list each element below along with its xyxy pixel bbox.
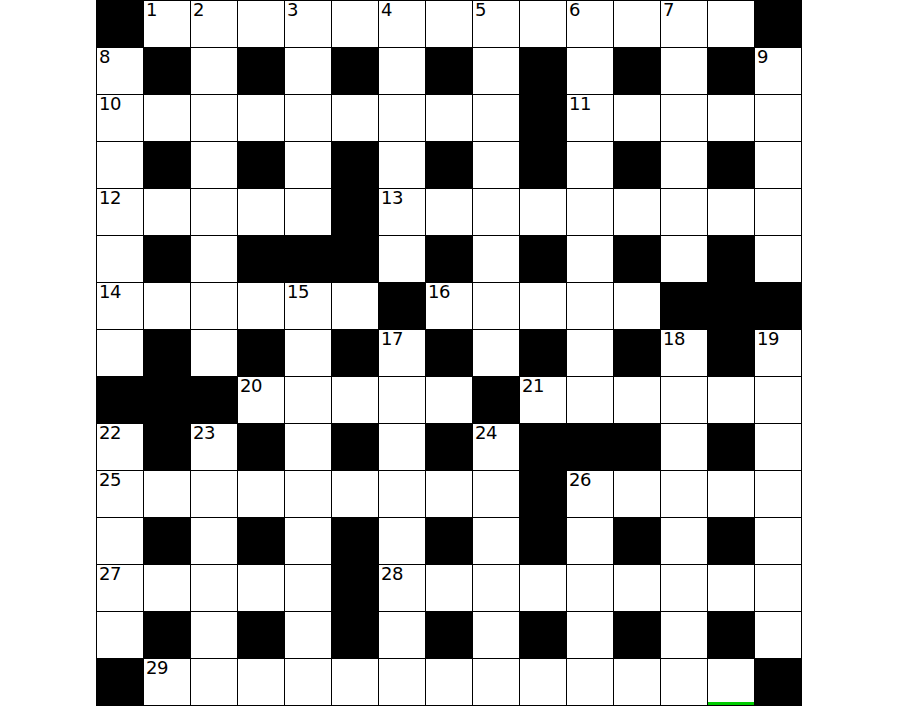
clue-number-24: 24 xyxy=(475,424,497,443)
cell-r12c11[interactable] xyxy=(614,565,661,612)
cell-r9c6[interactable] xyxy=(379,424,426,471)
clue-number-15: 15 xyxy=(287,283,309,302)
cell-r12c9[interactable] xyxy=(520,565,567,612)
clue-number-18: 18 xyxy=(663,330,685,349)
block-cell-r13c13 xyxy=(708,612,755,659)
block-cell-r9c9 xyxy=(520,424,567,471)
block-cell-r3c3 xyxy=(238,142,285,189)
clue-number-4: 4 xyxy=(381,1,392,20)
clue-number-2: 2 xyxy=(193,1,204,20)
cell-r12c3[interactable] xyxy=(238,565,285,612)
cell-r6c11[interactable] xyxy=(614,283,661,330)
cell-r6c1[interactable] xyxy=(144,283,191,330)
cell-r11c6[interactable] xyxy=(379,518,426,565)
cell-r12c1[interactable] xyxy=(144,565,191,612)
cell-r8c12[interactable] xyxy=(661,377,708,424)
block-cell-r8c8 xyxy=(473,377,520,424)
cell-r10c2[interactable] xyxy=(191,471,238,518)
cell-r12c4[interactable] xyxy=(285,565,332,612)
block-cell-r9c13 xyxy=(708,424,755,471)
cell-r14c5[interactable] xyxy=(332,659,379,706)
cell-r2c1[interactable] xyxy=(144,95,191,142)
cell-r10c0[interactable]: 25 xyxy=(97,471,144,518)
block-cell-r7c9 xyxy=(520,330,567,377)
cell-r6c5[interactable] xyxy=(332,283,379,330)
clue-number-28: 28 xyxy=(381,565,403,584)
cell-r4c9[interactable] xyxy=(520,189,567,236)
block-cell-r0c0 xyxy=(97,1,144,48)
cell-r11c4[interactable] xyxy=(285,518,332,565)
clue-number-14: 14 xyxy=(99,283,121,302)
block-cell-r10c9 xyxy=(520,471,567,518)
block-cell-r9c5 xyxy=(332,424,379,471)
block-cell-r1c13 xyxy=(708,48,755,95)
cell-r10c14[interactable] xyxy=(755,471,802,518)
block-cell-r1c9 xyxy=(520,48,567,95)
cell-r0c12[interactable]: 7 xyxy=(661,1,708,48)
cell-r6c8[interactable] xyxy=(473,283,520,330)
cell-r2c6[interactable] xyxy=(379,95,426,142)
cell-r0c9[interactable] xyxy=(520,1,567,48)
block-cell-r1c7 xyxy=(426,48,473,95)
cell-r14c4[interactable] xyxy=(285,659,332,706)
block-cell-r9c10 xyxy=(567,424,614,471)
block-cell-r7c3 xyxy=(238,330,285,377)
cell-r12c8[interactable] xyxy=(473,565,520,612)
cell-r7c6[interactable]: 17 xyxy=(379,330,426,377)
block-cell-r2c9 xyxy=(520,95,567,142)
cell-r5c12[interactable] xyxy=(661,236,708,283)
block-cell-r1c11 xyxy=(614,48,661,95)
clue-number-3: 3 xyxy=(287,1,298,20)
cell-r7c14[interactable]: 19 xyxy=(755,330,802,377)
cell-r0c10[interactable]: 6 xyxy=(567,1,614,48)
cell-r11c10[interactable] xyxy=(567,518,614,565)
cell-r0c5[interactable] xyxy=(332,1,379,48)
clue-number-11: 11 xyxy=(569,95,591,114)
cell-r7c2[interactable] xyxy=(191,330,238,377)
clue-number-5: 5 xyxy=(475,1,486,20)
block-cell-r5c4 xyxy=(285,236,332,283)
block-cell-r6c13 xyxy=(708,283,755,330)
cell-r10c5[interactable] xyxy=(332,471,379,518)
block-cell-r11c9 xyxy=(520,518,567,565)
cell-r1c8[interactable] xyxy=(473,48,520,95)
cell-r14c12[interactable] xyxy=(661,659,708,706)
clue-number-25: 25 xyxy=(99,471,121,490)
cell-r0c7[interactable] xyxy=(426,1,473,48)
cell-r0c4[interactable]: 3 xyxy=(285,1,332,48)
cell-r13c12[interactable] xyxy=(661,612,708,659)
cell-r2c7[interactable] xyxy=(426,95,473,142)
clue-number-19: 19 xyxy=(757,330,779,349)
block-cell-r6c12 xyxy=(661,283,708,330)
cell-r5c14[interactable] xyxy=(755,236,802,283)
clue-number-26: 26 xyxy=(569,471,591,490)
cell-r13c10[interactable] xyxy=(567,612,614,659)
cell-r3c8[interactable] xyxy=(473,142,520,189)
cell-r14c9[interactable] xyxy=(520,659,567,706)
cell-r10c1[interactable] xyxy=(144,471,191,518)
cell-r4c0[interactable]: 12 xyxy=(97,189,144,236)
block-cell-r14c14 xyxy=(755,659,802,706)
cell-r10c7[interactable] xyxy=(426,471,473,518)
cell-r4c1[interactable] xyxy=(144,189,191,236)
clue-number-8: 8 xyxy=(99,48,110,67)
cell-r4c8[interactable] xyxy=(473,189,520,236)
cell-r14c1[interactable]: 29 xyxy=(144,659,191,706)
cell-r14c13[interactable] xyxy=(708,659,755,706)
cell-r0c13[interactable] xyxy=(708,1,755,48)
block-cell-r4c5 xyxy=(332,189,379,236)
cell-r8c13[interactable] xyxy=(708,377,755,424)
cell-r0c1[interactable]: 1 xyxy=(144,1,191,48)
block-cell-r7c1 xyxy=(144,330,191,377)
cell-r10c10[interactable]: 26 xyxy=(567,471,614,518)
cell-r8c9[interactable]: 21 xyxy=(520,377,567,424)
clue-number-27: 27 xyxy=(99,565,121,584)
cell-r2c0[interactable]: 10 xyxy=(97,95,144,142)
block-cell-r11c7 xyxy=(426,518,473,565)
block-cell-r1c5 xyxy=(332,48,379,95)
block-cell-r0c14 xyxy=(755,1,802,48)
cell-r6c4[interactable]: 15 xyxy=(285,283,332,330)
cell-r3c6[interactable] xyxy=(379,142,426,189)
crossword-grid: 1234567891011121314151617181920212223242… xyxy=(96,0,802,706)
cell-r6c7[interactable]: 16 xyxy=(426,283,473,330)
cell-r9c12[interactable] xyxy=(661,424,708,471)
cell-r13c2[interactable] xyxy=(191,612,238,659)
cell-r9c8[interactable]: 24 xyxy=(473,424,520,471)
cell-r3c14[interactable] xyxy=(755,142,802,189)
cell-r8c6[interactable] xyxy=(379,377,426,424)
cell-r14c10[interactable] xyxy=(567,659,614,706)
block-cell-r5c9 xyxy=(520,236,567,283)
cell-r6c10[interactable] xyxy=(567,283,614,330)
cell-r11c0[interactable] xyxy=(97,518,144,565)
clue-number-12: 12 xyxy=(99,189,121,208)
cell-r1c0[interactable]: 8 xyxy=(97,48,144,95)
block-cell-r5c13 xyxy=(708,236,755,283)
cell-r0c2[interactable]: 2 xyxy=(191,1,238,48)
cell-r3c10[interactable] xyxy=(567,142,614,189)
cell-r4c11[interactable] xyxy=(614,189,661,236)
cell-r14c2[interactable] xyxy=(191,659,238,706)
cell-r5c2[interactable] xyxy=(191,236,238,283)
cell-r0c8[interactable]: 5 xyxy=(473,1,520,48)
block-cell-r7c11 xyxy=(614,330,661,377)
cell-r11c8[interactable] xyxy=(473,518,520,565)
block-cell-r7c13 xyxy=(708,330,755,377)
block-cell-r8c2 xyxy=(191,377,238,424)
cell-r14c7[interactable] xyxy=(426,659,473,706)
block-cell-r3c1 xyxy=(144,142,191,189)
cell-r6c2[interactable] xyxy=(191,283,238,330)
cell-r7c12[interactable]: 18 xyxy=(661,330,708,377)
cell-r7c10[interactable] xyxy=(567,330,614,377)
cell-r12c14[interactable] xyxy=(755,565,802,612)
block-cell-r1c1 xyxy=(144,48,191,95)
cell-r14c8[interactable] xyxy=(473,659,520,706)
cell-r1c2[interactable] xyxy=(191,48,238,95)
cell-r8c11[interactable] xyxy=(614,377,661,424)
cell-r1c12[interactable] xyxy=(661,48,708,95)
cell-r10c3[interactable] xyxy=(238,471,285,518)
cell-r8c10[interactable] xyxy=(567,377,614,424)
block-cell-r11c1 xyxy=(144,518,191,565)
cell-r12c13[interactable] xyxy=(708,565,755,612)
cell-r2c11[interactable] xyxy=(614,95,661,142)
clue-number-16: 16 xyxy=(428,283,450,302)
cell-r5c10[interactable] xyxy=(567,236,614,283)
cell-r12c12[interactable] xyxy=(661,565,708,612)
cell-r9c4[interactable] xyxy=(285,424,332,471)
block-cell-r11c11 xyxy=(614,518,661,565)
clue-number-6: 6 xyxy=(569,1,580,20)
cell-r4c13[interactable] xyxy=(708,189,755,236)
block-cell-r11c13 xyxy=(708,518,755,565)
cell-r1c10[interactable] xyxy=(567,48,614,95)
cell-r5c6[interactable] xyxy=(379,236,426,283)
cell-r3c2[interactable] xyxy=(191,142,238,189)
cell-r10c12[interactable] xyxy=(661,471,708,518)
cell-r1c4[interactable] xyxy=(285,48,332,95)
cell-r2c13[interactable] xyxy=(708,95,755,142)
cell-r3c4[interactable] xyxy=(285,142,332,189)
cell-r4c14[interactable] xyxy=(755,189,802,236)
block-cell-r5c5 xyxy=(332,236,379,283)
block-cell-r6c6 xyxy=(379,283,426,330)
block-cell-r9c7 xyxy=(426,424,473,471)
cell-r7c8[interactable] xyxy=(473,330,520,377)
cell-r2c4[interactable] xyxy=(285,95,332,142)
cell-r14c11[interactable] xyxy=(614,659,661,706)
block-cell-r13c5 xyxy=(332,612,379,659)
cell-r2c5[interactable] xyxy=(332,95,379,142)
block-cell-r3c9 xyxy=(520,142,567,189)
cell-r6c9[interactable] xyxy=(520,283,567,330)
block-cell-r3c5 xyxy=(332,142,379,189)
clue-number-23: 23 xyxy=(193,424,215,443)
block-cell-r12c5 xyxy=(332,565,379,612)
cell-r2c2[interactable] xyxy=(191,95,238,142)
cell-r10c4[interactable] xyxy=(285,471,332,518)
cell-r12c6[interactable]: 28 xyxy=(379,565,426,612)
block-cell-r11c5 xyxy=(332,518,379,565)
cell-r12c10[interactable] xyxy=(567,565,614,612)
cell-r8c3[interactable]: 20 xyxy=(238,377,285,424)
cell-r8c4[interactable] xyxy=(285,377,332,424)
clue-number-10: 10 xyxy=(99,95,121,114)
block-cell-r5c7 xyxy=(426,236,473,283)
cell-r0c3[interactable] xyxy=(238,1,285,48)
cell-r8c7[interactable] xyxy=(426,377,473,424)
cell-r2c3[interactable] xyxy=(238,95,285,142)
cell-r4c12[interactable] xyxy=(661,189,708,236)
cell-r8c14[interactable] xyxy=(755,377,802,424)
cell-r13c8[interactable] xyxy=(473,612,520,659)
block-cell-r7c5 xyxy=(332,330,379,377)
cell-r11c14[interactable] xyxy=(755,518,802,565)
cell-r10c11[interactable] xyxy=(614,471,661,518)
cell-r13c0[interactable] xyxy=(97,612,144,659)
cell-r4c2[interactable] xyxy=(191,189,238,236)
cell-r11c12[interactable] xyxy=(661,518,708,565)
block-cell-r8c0 xyxy=(97,377,144,424)
block-cell-r8c1 xyxy=(144,377,191,424)
cell-r6c3[interactable] xyxy=(238,283,285,330)
cell-r1c14[interactable]: 9 xyxy=(755,48,802,95)
cell-r13c4[interactable] xyxy=(285,612,332,659)
cell-r4c6[interactable]: 13 xyxy=(379,189,426,236)
cell-r4c7[interactable] xyxy=(426,189,473,236)
cell-r14c3[interactable] xyxy=(238,659,285,706)
block-cell-r13c1 xyxy=(144,612,191,659)
block-cell-r3c11 xyxy=(614,142,661,189)
cell-r11c2[interactable] xyxy=(191,518,238,565)
block-cell-r1c3 xyxy=(238,48,285,95)
clue-number-9: 9 xyxy=(757,48,768,67)
cell-r9c14[interactable] xyxy=(755,424,802,471)
cell-r10c6[interactable] xyxy=(379,471,426,518)
block-cell-r3c13 xyxy=(708,142,755,189)
clue-number-22: 22 xyxy=(99,424,121,443)
block-cell-r9c3 xyxy=(238,424,285,471)
cell-r2c14[interactable] xyxy=(755,95,802,142)
cell-r4c4[interactable] xyxy=(285,189,332,236)
clue-number-13: 13 xyxy=(381,189,403,208)
block-cell-r7c7 xyxy=(426,330,473,377)
cell-r6c0[interactable]: 14 xyxy=(97,283,144,330)
cursor-underline xyxy=(708,702,754,705)
cell-r2c10[interactable]: 11 xyxy=(567,95,614,142)
clue-number-29: 29 xyxy=(146,659,168,678)
clue-number-17: 17 xyxy=(381,330,403,349)
block-cell-r13c3 xyxy=(238,612,285,659)
block-cell-r5c1 xyxy=(144,236,191,283)
block-cell-r11c3 xyxy=(238,518,285,565)
clue-number-7: 7 xyxy=(663,1,674,20)
block-cell-r9c1 xyxy=(144,424,191,471)
block-cell-r13c7 xyxy=(426,612,473,659)
cell-r14c6[interactable] xyxy=(379,659,426,706)
cell-r1c6[interactable] xyxy=(379,48,426,95)
cell-r13c14[interactable] xyxy=(755,612,802,659)
cell-r12c7[interactable] xyxy=(426,565,473,612)
cell-r0c11[interactable] xyxy=(614,1,661,48)
clue-number-21: 21 xyxy=(522,377,544,396)
cell-r5c0[interactable] xyxy=(97,236,144,283)
cell-r10c13[interactable] xyxy=(708,471,755,518)
block-cell-r14c0 xyxy=(97,659,144,706)
cell-r9c2[interactable]: 23 xyxy=(191,424,238,471)
cell-r5c8[interactable] xyxy=(473,236,520,283)
cell-r10c8[interactable] xyxy=(473,471,520,518)
cell-r7c4[interactable] xyxy=(285,330,332,377)
cell-r9c0[interactable]: 22 xyxy=(97,424,144,471)
cell-r12c2[interactable] xyxy=(191,565,238,612)
crossword-page: 1234567891011121314151617181920212223242… xyxy=(0,0,900,720)
block-cell-r3c7 xyxy=(426,142,473,189)
cell-r7c0[interactable] xyxy=(97,330,144,377)
cell-r4c3[interactable] xyxy=(238,189,285,236)
block-cell-r13c9 xyxy=(520,612,567,659)
cell-r4c10[interactable] xyxy=(567,189,614,236)
block-cell-r9c11 xyxy=(614,424,661,471)
cell-r8c5[interactable] xyxy=(332,377,379,424)
cell-r3c0[interactable] xyxy=(97,142,144,189)
cell-r0c6[interactable]: 4 xyxy=(379,1,426,48)
cell-r3c12[interactable] xyxy=(661,142,708,189)
cell-r2c8[interactable] xyxy=(473,95,520,142)
block-cell-r13c11 xyxy=(614,612,661,659)
cell-r12c0[interactable]: 27 xyxy=(97,565,144,612)
block-cell-r6c14 xyxy=(755,283,802,330)
clue-number-20: 20 xyxy=(240,377,262,396)
cell-r2c12[interactable] xyxy=(661,95,708,142)
clue-number-1: 1 xyxy=(146,1,157,20)
block-cell-r5c11 xyxy=(614,236,661,283)
cell-r13c6[interactable] xyxy=(379,612,426,659)
block-cell-r5c3 xyxy=(238,236,285,283)
